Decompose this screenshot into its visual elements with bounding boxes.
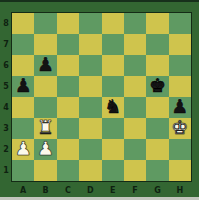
square-e8[interactable] xyxy=(102,13,124,34)
square-h5[interactable] xyxy=(169,76,191,97)
square-b6[interactable]: ♟ xyxy=(34,55,56,76)
file-label-h: H xyxy=(169,186,191,195)
rank-label-2: 2 xyxy=(0,139,12,160)
square-a2[interactable]: ♟ xyxy=(12,139,34,160)
rank-labels: 87654321 xyxy=(0,13,12,181)
square-b4[interactable] xyxy=(34,97,56,118)
piece-white-pawn[interactable]: ♟ xyxy=(37,139,54,158)
square-d2[interactable] xyxy=(79,139,101,160)
file-label-d: D xyxy=(79,186,101,195)
square-g8[interactable] xyxy=(146,13,168,34)
square-g5[interactable]: ♚ xyxy=(146,76,168,97)
file-label-a: A xyxy=(12,186,34,195)
square-d8[interactable] xyxy=(79,13,101,34)
square-d7[interactable] xyxy=(79,34,101,55)
piece-black-pawn[interactable]: ♟ xyxy=(37,55,54,74)
square-h2[interactable] xyxy=(169,139,191,160)
square-h1[interactable] xyxy=(169,160,191,181)
piece-white-pawn[interactable]: ♟ xyxy=(15,139,32,158)
square-g3[interactable] xyxy=(146,118,168,139)
square-e6[interactable] xyxy=(102,55,124,76)
square-b2[interactable]: ♟ xyxy=(34,139,56,160)
square-b3[interactable]: ♜ xyxy=(34,118,56,139)
file-label-c: C xyxy=(57,186,79,195)
chess-board[interactable]: ♟♟♚♞♟♜♚♟♟ xyxy=(12,13,191,181)
square-a1[interactable] xyxy=(12,160,34,181)
square-c8[interactable] xyxy=(57,13,79,34)
square-f6[interactable] xyxy=(124,55,146,76)
square-c4[interactable] xyxy=(57,97,79,118)
chess-board-window: 87654321 ♟♟♚♞♟♜♚♟♟ ABCDEFGH xyxy=(0,0,199,200)
square-d5[interactable] xyxy=(79,76,101,97)
piece-black-pawn[interactable]: ♟ xyxy=(15,76,32,95)
square-f2[interactable] xyxy=(124,139,146,160)
file-label-e: E xyxy=(102,186,124,195)
piece-white-rook[interactable]: ♜ xyxy=(37,118,54,137)
square-d1[interactable] xyxy=(79,160,101,181)
square-g1[interactable] xyxy=(146,160,168,181)
square-e2[interactable] xyxy=(102,139,124,160)
square-g7[interactable] xyxy=(146,34,168,55)
piece-black-king[interactable]: ♚ xyxy=(149,76,166,95)
square-e5[interactable] xyxy=(102,76,124,97)
square-a6[interactable] xyxy=(12,55,34,76)
square-d6[interactable] xyxy=(79,55,101,76)
rank-label-6: 6 xyxy=(0,55,12,76)
square-g6[interactable] xyxy=(146,55,168,76)
square-h3[interactable]: ♚ xyxy=(169,118,191,139)
square-b1[interactable] xyxy=(34,160,56,181)
rank-label-5: 5 xyxy=(0,76,12,97)
square-b7[interactable] xyxy=(34,34,56,55)
square-h6[interactable] xyxy=(169,55,191,76)
square-h7[interactable] xyxy=(169,34,191,55)
square-c3[interactable] xyxy=(57,118,79,139)
square-f3[interactable] xyxy=(124,118,146,139)
square-g2[interactable] xyxy=(146,139,168,160)
file-label-b: B xyxy=(34,186,56,195)
piece-black-pawn[interactable]: ♟ xyxy=(171,97,188,116)
square-b5[interactable] xyxy=(34,76,56,97)
square-e7[interactable] xyxy=(102,34,124,55)
square-a5[interactable]: ♟ xyxy=(12,76,34,97)
rank-label-4: 4 xyxy=(0,97,12,118)
square-c5[interactable] xyxy=(57,76,79,97)
square-a4[interactable] xyxy=(12,97,34,118)
square-c2[interactable] xyxy=(57,139,79,160)
file-label-f: F xyxy=(124,186,146,195)
square-h4[interactable]: ♟ xyxy=(169,97,191,118)
square-c6[interactable] xyxy=(57,55,79,76)
square-h8[interactable] xyxy=(169,13,191,34)
frame-bottom-edge xyxy=(0,197,199,200)
square-d4[interactable] xyxy=(79,97,101,118)
square-e1[interactable] xyxy=(102,160,124,181)
square-c7[interactable] xyxy=(57,34,79,55)
square-e3[interactable] xyxy=(102,118,124,139)
piece-black-knight[interactable]: ♞ xyxy=(104,97,121,116)
file-label-g: G xyxy=(146,186,168,195)
square-d3[interactable] xyxy=(79,118,101,139)
frame-top-edge xyxy=(0,0,199,2)
rank-label-3: 3 xyxy=(0,118,12,139)
square-a7[interactable] xyxy=(12,34,34,55)
rank-label-8: 8 xyxy=(0,13,12,34)
square-f5[interactable] xyxy=(124,76,146,97)
piece-white-king[interactable]: ♚ xyxy=(171,118,188,137)
square-c1[interactable] xyxy=(57,160,79,181)
square-f7[interactable] xyxy=(124,34,146,55)
square-e4[interactable]: ♞ xyxy=(102,97,124,118)
square-f1[interactable] xyxy=(124,160,146,181)
rank-label-1: 1 xyxy=(0,160,12,181)
square-f8[interactable] xyxy=(124,13,146,34)
rank-label-7: 7 xyxy=(0,34,12,55)
square-b8[interactable] xyxy=(34,13,56,34)
square-a8[interactable] xyxy=(12,13,34,34)
square-a3[interactable] xyxy=(12,118,34,139)
square-g4[interactable] xyxy=(146,97,168,118)
file-labels: ABCDEFGH xyxy=(12,183,191,197)
square-f4[interactable] xyxy=(124,97,146,118)
